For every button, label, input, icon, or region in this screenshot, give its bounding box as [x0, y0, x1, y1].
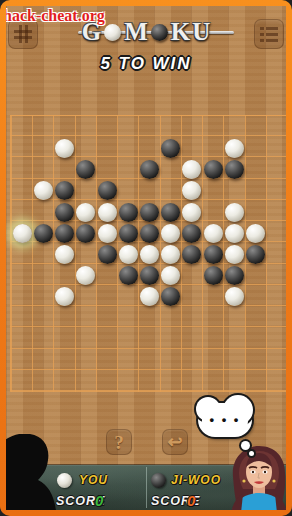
- you-stone-icon: [57, 473, 72, 488]
- stone-white: [225, 203, 244, 222]
- stone-black: [225, 266, 244, 285]
- stone-white: [225, 287, 244, 306]
- stone-black: [140, 203, 159, 222]
- stone-black: [182, 245, 201, 264]
- stone-white: [55, 287, 74, 306]
- stone-white: [225, 224, 244, 243]
- stone-white: [182, 181, 201, 200]
- you-score-value: 0: [95, 492, 103, 509]
- title-white-stone-icon: [104, 24, 121, 41]
- thinking-dots: • • •: [198, 407, 252, 433]
- help-button[interactable]: ?: [106, 429, 132, 455]
- undo-arrow-icon: ↩: [167, 433, 182, 451]
- stone-black: [98, 181, 117, 200]
- stone-white: [182, 203, 201, 222]
- stone-black: [161, 203, 180, 222]
- stone-black: [119, 266, 138, 285]
- stone-white: [55, 139, 74, 158]
- opponent-name: JI-WOO: [171, 473, 221, 487]
- stone-white: [161, 224, 180, 243]
- stone-black: [76, 224, 95, 243]
- stone-white: [225, 139, 244, 158]
- stone-white-last-move: [13, 224, 32, 243]
- stone-black: [98, 245, 117, 264]
- stone-white: [161, 266, 180, 285]
- stone-white: [140, 245, 159, 264]
- you-name: YOU: [79, 473, 108, 487]
- stone-white: [55, 245, 74, 264]
- stone-black: [119, 203, 138, 222]
- opponent-stone-icon: [151, 473, 166, 488]
- stone-black: [76, 160, 95, 179]
- stone-black: [119, 224, 138, 243]
- stone-black: [34, 224, 53, 243]
- stone-black: [140, 266, 159, 285]
- stone-white: [98, 203, 117, 222]
- stone-black: [140, 160, 159, 179]
- stone-white: [76, 203, 95, 222]
- bubble-tail: [241, 441, 250, 450]
- stone-black: [225, 160, 244, 179]
- stone-black: [55, 181, 74, 200]
- thought-bubble: • • •: [198, 403, 260, 463]
- player-silhouette: [6, 434, 58, 510]
- watermark-text: hack-cheat.org: [6, 7, 105, 25]
- stone-white: [225, 245, 244, 264]
- stone-white: [161, 245, 180, 264]
- undo-button[interactable]: ↩: [162, 429, 188, 455]
- stone-black: [55, 203, 74, 222]
- title-letter-m: M: [124, 17, 148, 47]
- stone-white: [182, 160, 201, 179]
- stone-black: [182, 224, 201, 243]
- stone-white: [34, 181, 53, 200]
- stone-white: [204, 224, 223, 243]
- bubble-tail-small: [249, 451, 254, 456]
- stone-white: [246, 224, 265, 243]
- stone-white: [119, 245, 138, 264]
- stone-black: [204, 266, 223, 285]
- stone-black: [140, 224, 159, 243]
- title-letter-k: K: [171, 17, 190, 47]
- stone-black: [55, 224, 74, 243]
- stone-white: [76, 266, 95, 285]
- panel-divider: [146, 467, 147, 508]
- title-letter-u: U: [192, 17, 210, 47]
- board-grid[interactable]: [10, 115, 286, 392]
- game-screen: hack-cheat.org G M K U 5 TO WIN ? ↩ • •: [6, 6, 286, 510]
- stone-white: [140, 287, 159, 306]
- question-icon: ?: [114, 433, 124, 452]
- stone-black: [204, 245, 223, 264]
- stone-black: [204, 160, 223, 179]
- stone-black: [161, 139, 180, 158]
- app-frame: hack-cheat.org G M K U 5 TO WIN ? ↩ • •: [0, 0, 292, 516]
- opponent-score-value: 0: [187, 492, 195, 509]
- stone-white: [98, 224, 117, 243]
- stone-black: [161, 287, 180, 306]
- title-black-stone-icon: [151, 24, 168, 41]
- stone-black: [246, 245, 265, 264]
- win-condition-label: 5 TO WIN: [6, 54, 286, 74]
